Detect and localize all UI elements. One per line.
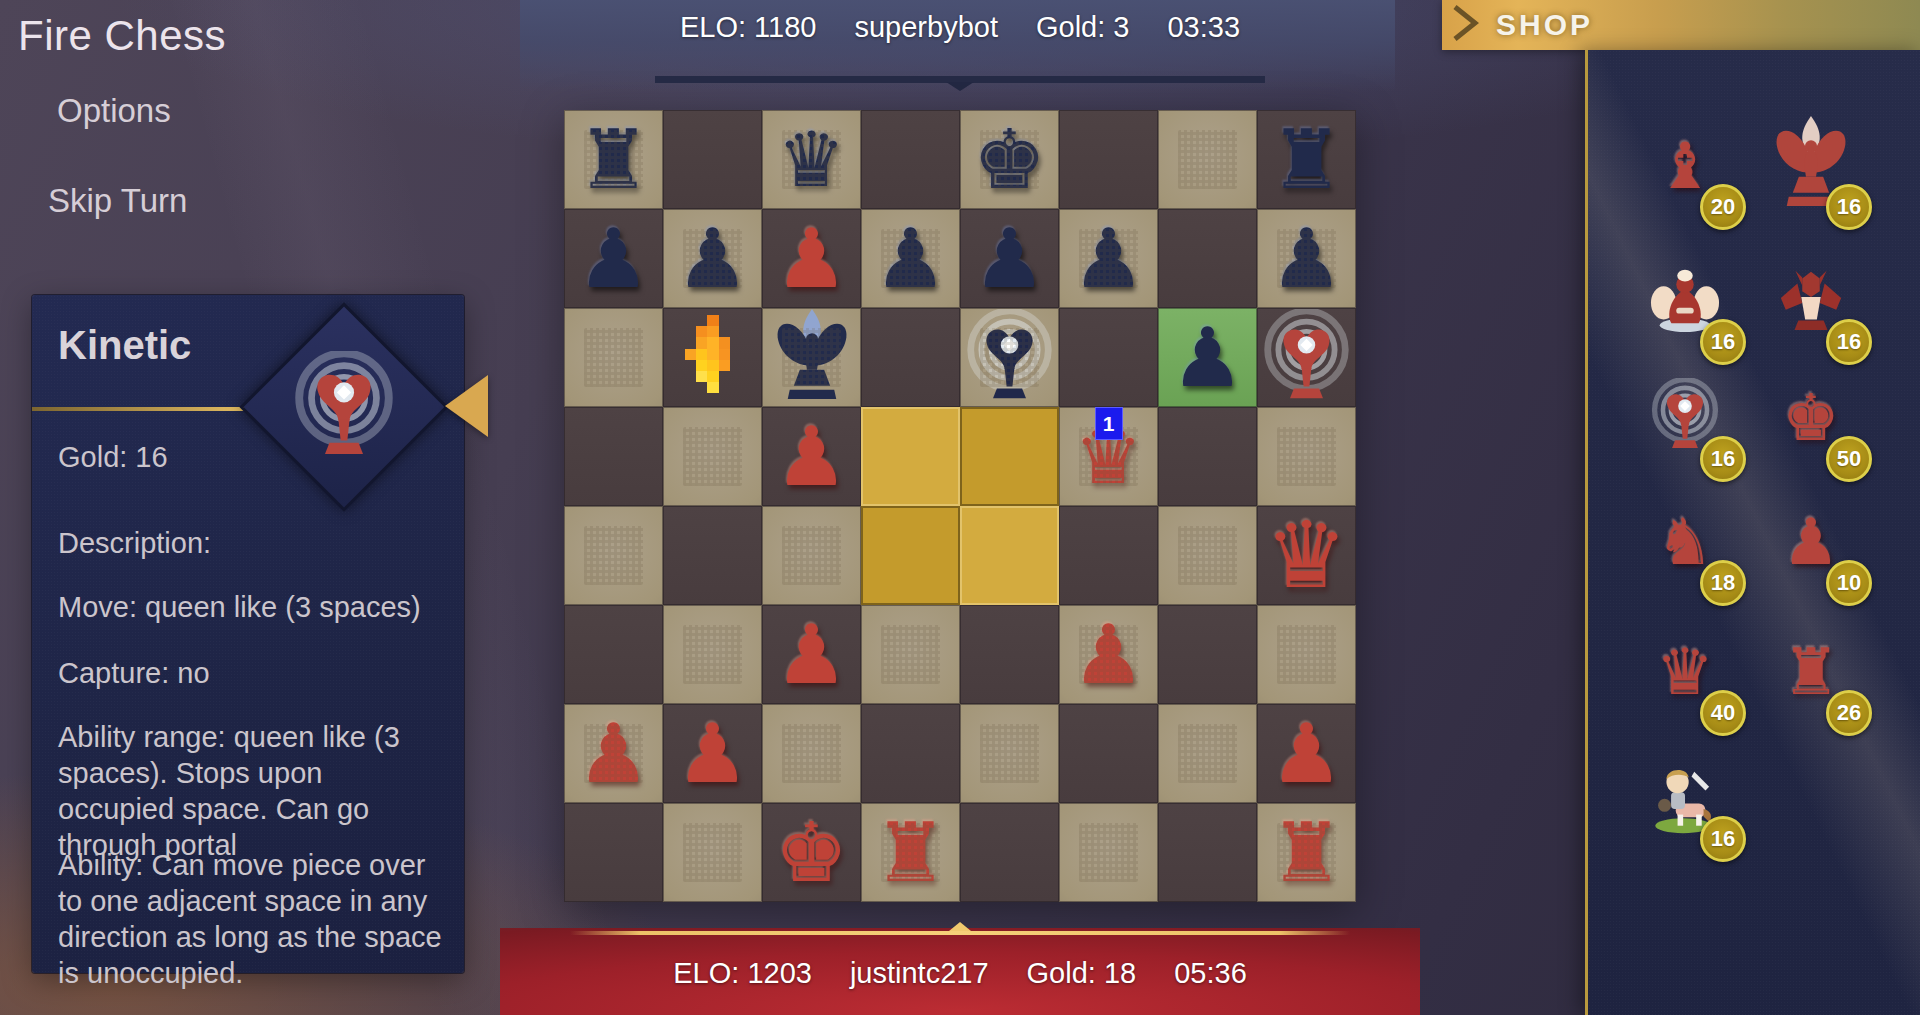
square-c2[interactable]	[762, 704, 861, 803]
square-h1[interactable]: ♜	[1257, 803, 1356, 902]
square-b7[interactable]: ♟	[663, 209, 762, 308]
square-a7[interactable]: ♟	[564, 209, 663, 308]
square-g4[interactable]	[1158, 506, 1257, 605]
price-coin: 16	[1826, 184, 1872, 230]
piece-red-pawn[interactable]: ♟	[762, 407, 861, 506]
piece-black-pawn[interactable]: ♟	[1257, 209, 1356, 308]
piece-black-pawn[interactable]: ♟	[1059, 209, 1158, 308]
cooldown-badge: 1	[1095, 407, 1123, 440]
piece-black-kinetic[interactable]	[960, 308, 1059, 407]
square-c1[interactable]: ♚	[762, 803, 861, 902]
square-d1[interactable]: ♜	[861, 803, 960, 902]
chess-board: ♜♛♚♜♟♟♟♟♟♟♟ ♟ ♟♛1♛♟♟♟♟♟♚♜	[564, 110, 1356, 902]
price-coin: 20	[1700, 184, 1746, 230]
square-h6[interactable]	[1257, 308, 1356, 407]
player-time: 05:36	[1174, 957, 1247, 990]
player-elo: ELO: 1203	[673, 957, 812, 990]
square-b8[interactable]	[663, 110, 762, 209]
piece-flame[interactable]	[663, 308, 762, 407]
square-a1[interactable]	[564, 803, 663, 902]
square-e4[interactable]	[960, 506, 1059, 605]
piece-name: Kinetic	[58, 323, 191, 368]
player-name: justintc217	[850, 957, 989, 990]
options-button[interactable]: Options	[57, 92, 171, 130]
shop-item-phoenix[interactable]: 16	[1756, 110, 1866, 222]
square-b6[interactable]	[663, 308, 762, 407]
piece-red-ornate-queen[interactable]: ♛	[1257, 506, 1356, 605]
square-c6[interactable]	[762, 308, 861, 407]
opponent-status-bar: ELO: 1180 superbybot Gold: 3 03:33	[520, 11, 1400, 44]
player-gold: Gold: 18	[1027, 957, 1137, 990]
price-coin: 16	[1700, 436, 1746, 482]
square-g5[interactable]	[1158, 407, 1257, 506]
square-c5[interactable]: ♟	[762, 407, 861, 506]
gold-underline	[32, 407, 244, 411]
square-g6[interactable]: ♟	[1158, 308, 1257, 407]
square-h2[interactable]: ♟	[1257, 704, 1356, 803]
square-c3[interactable]: ♟	[762, 605, 861, 704]
square-e5[interactable]	[960, 407, 1059, 506]
shop-banner[interactable]: SHOP	[1442, 0, 1920, 50]
piece-black-pawn[interactable]: ♟	[861, 209, 960, 308]
square-d3[interactable]	[861, 605, 960, 704]
square-f2[interactable]	[1059, 704, 1158, 803]
square-f5[interactable]: ♛1	[1059, 407, 1158, 506]
square-d7[interactable]: ♟	[861, 209, 960, 308]
piece-red-pawn[interactable]: ♟	[1059, 605, 1158, 704]
square-e7[interactable]: ♟	[960, 209, 1059, 308]
square-b2[interactable]: ♟	[663, 704, 762, 803]
square-b4[interactable]	[663, 506, 762, 605]
piece-red-pawn[interactable]: ♟	[564, 704, 663, 803]
piece-black-pawn[interactable]: ♟	[1158, 308, 1257, 407]
square-d4[interactable]	[861, 506, 960, 605]
piece-black-king[interactable]: ♚	[960, 110, 1059, 209]
piece-gold-cost: Gold: 16	[58, 439, 442, 475]
player-status-bar: ELO: 1203 justintc217 Gold: 18 05:36	[520, 957, 1400, 990]
square-d6[interactable]	[861, 308, 960, 407]
square-b1[interactable]	[663, 803, 762, 902]
shop-item-monk[interactable]: 16	[1630, 245, 1740, 357]
piece-red-pawn[interactable]: ♟	[663, 704, 762, 803]
square-f8[interactable]	[1059, 110, 1158, 209]
price-coin: 16	[1700, 816, 1746, 862]
piece-red-pawn[interactable]: ♟	[1257, 704, 1356, 803]
square-b3[interactable]	[663, 605, 762, 704]
piece-black-phoenix[interactable]	[762, 308, 861, 407]
piece-black-pawn[interactable]: ♟	[663, 209, 762, 308]
shop-item-pawn[interactable]: ♟10	[1756, 486, 1866, 598]
shop-item-knight[interactable]: ♞18	[1630, 486, 1740, 598]
app-title: Fire Chess	[18, 12, 226, 60]
square-d5[interactable]	[861, 407, 960, 506]
square-g7[interactable]	[1158, 209, 1257, 308]
ability-text: Ability: Can move piece over to one adja…	[58, 847, 442, 991]
piece-red-king[interactable]: ♚	[762, 803, 861, 902]
shop-item-kinetic[interactable]: 16	[1630, 362, 1740, 474]
piece-black-rook[interactable]: ♜	[1257, 110, 1356, 209]
square-a4[interactable]	[564, 506, 663, 605]
price-coin: 16	[1826, 319, 1872, 365]
square-e8[interactable]: ♚	[960, 110, 1059, 209]
opponent-name: superbybot	[854, 11, 998, 44]
square-d8[interactable]	[861, 110, 960, 209]
ability-range-text: Ability range: queen like (3 spaces). St…	[58, 719, 442, 863]
top-banner-ornament	[655, 76, 1265, 83]
piece-red-kinetic[interactable]	[1257, 308, 1356, 407]
square-c7[interactable]: ♟	[762, 209, 861, 308]
move-text: Move: queen like (3 spaces)	[58, 589, 442, 625]
square-c4[interactable]	[762, 506, 861, 605]
description-label: Description:	[58, 525, 442, 561]
square-g2[interactable]	[1158, 704, 1257, 803]
square-h7[interactable]: ♟	[1257, 209, 1356, 308]
square-h8[interactable]: ♜	[1257, 110, 1356, 209]
square-a3[interactable]	[564, 605, 663, 704]
banner-gold-line	[570, 931, 1350, 935]
square-e1[interactable]	[960, 803, 1059, 902]
price-coin: 50	[1826, 436, 1872, 482]
skip-turn-button[interactable]: Skip Turn	[48, 182, 187, 220]
square-g1[interactable]	[1158, 803, 1257, 902]
shop-item-queen[interactable]: ♛40	[1630, 616, 1740, 728]
square-e3[interactable]	[960, 605, 1059, 704]
square-g8[interactable]	[1158, 110, 1257, 209]
piece-red-rook[interactable]: ♜	[1257, 803, 1356, 902]
shop-item-centaur[interactable]: 16	[1630, 742, 1740, 854]
piece-black-rook[interactable]: ♜	[564, 110, 663, 209]
fire-chess-app: Fire Chess Options Skip Turn Kinetic Gol…	[0, 0, 1920, 1015]
shop-item-bishop[interactable]: ♝20	[1630, 110, 1740, 222]
square-b5[interactable]	[663, 407, 762, 506]
square-a2[interactable]: ♟	[564, 704, 663, 803]
shop-item-demon[interactable]: 16	[1756, 245, 1866, 357]
shop-item-rook[interactable]: ♜26	[1756, 616, 1866, 728]
chevron-right-icon	[1448, 2, 1482, 48]
square-f4[interactable]	[1059, 506, 1158, 605]
price-coin: 18	[1700, 560, 1746, 606]
shop-banner-label: SHOP	[1496, 8, 1593, 42]
square-d2[interactable]	[861, 704, 960, 803]
opponent-elo: ELO: 1180	[680, 11, 817, 44]
piece-red-pawn[interactable]: ♟	[762, 209, 861, 308]
price-coin: 26	[1826, 690, 1872, 736]
price-coin: 16	[1700, 319, 1746, 365]
piece-black-pawn[interactable]: ♟	[960, 209, 1059, 308]
square-a8[interactable]: ♜	[564, 110, 663, 209]
capture-text: Capture: no	[58, 655, 442, 691]
price-coin: 10	[1826, 560, 1872, 606]
shop-item-king[interactable]: ♚50	[1756, 362, 1866, 474]
price-coin: 40	[1700, 690, 1746, 736]
piece-black-pawn[interactable]: ♟	[564, 209, 663, 308]
square-f3[interactable]: ♟	[1059, 605, 1158, 704]
square-f6[interactable]	[1059, 308, 1158, 407]
piece-black-queen[interactable]: ♛	[762, 110, 861, 209]
piece-emblem	[239, 302, 448, 511]
square-h5[interactable]	[1257, 407, 1356, 506]
opponent-time: 03:33	[1167, 11, 1240, 44]
opponent-gold: Gold: 3	[1036, 11, 1130, 44]
shop-panel: ♝20 16 16 16 16♚50♞18♟10♛40♜26	[1585, 50, 1920, 1015]
square-f7[interactable]: ♟	[1059, 209, 1158, 308]
piece-info-panel: Kinetic Gold: 16 Description: Move: quee…	[32, 295, 464, 973]
square-f1[interactable]	[1059, 803, 1158, 902]
square-g3[interactable]	[1158, 605, 1257, 704]
square-c8[interactable]: ♛	[762, 110, 861, 209]
square-a6[interactable]	[564, 308, 663, 407]
panel-arrow-icon[interactable]	[445, 375, 488, 437]
square-h4[interactable]: ♛	[1257, 506, 1356, 605]
square-a5[interactable]	[564, 407, 663, 506]
piece-red-pawn[interactable]: ♟	[762, 605, 861, 704]
square-e2[interactable]	[960, 704, 1059, 803]
square-e6[interactable]	[960, 308, 1059, 407]
square-h3[interactable]	[1257, 605, 1356, 704]
piece-red-rook[interactable]: ♜	[861, 803, 960, 902]
